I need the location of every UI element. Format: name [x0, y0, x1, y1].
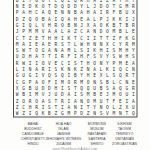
word-list-anchor: BAHAIBUDDHISTCANDOMBLECHRISTIANITYHINDUH… [8, 121, 9, 122]
site-url: www.WordSearchAddict.com [0, 146, 150, 150]
word-search-page: { "game": "word_search", "theme": "Relig… [0, 0, 150, 150]
word-search-grid: BIYGOTCQLQRHAIZATMYNEDKOTDQDDYLJDOTGMRPA… [13, 0, 138, 118]
word-list: BAHAIBUDDHISTCANDOMBLECHRISTIANITYHINDUH… [8, 121, 142, 149]
word-list-column-3: SIKHISMTAOISMTENRIKYOUNITARIANZOROASTRIA… [100, 121, 150, 146]
grid-cell-r18c18: Q [130, 110, 136, 116]
footer-anchor: www.WordSearchAddict.com [0, 146, 1, 147]
